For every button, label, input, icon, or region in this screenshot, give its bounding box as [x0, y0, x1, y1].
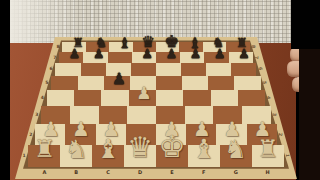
piece-black-pawn-g7[interactable]: ♟ [214, 48, 226, 61]
rank-label-left-1: 1 [22, 153, 25, 158]
piece-white-knight-g1[interactable]: ♞ [224, 137, 247, 162]
file-label-g: G [234, 169, 238, 175]
shadow-strip-right [299, 49, 320, 180]
piece-white-rook-h1[interactable]: ♜ [257, 138, 278, 162]
piece-white-pawn-d4[interactable]: ♟ [136, 85, 151, 102]
rank-label-left-6: 6 [49, 66, 52, 71]
square-h5[interactable] [234, 76, 260, 90]
rank-label-right-6: 6 [258, 67, 263, 70]
rank-label-right-7: 7 [254, 55, 259, 58]
square-f6[interactable] [181, 63, 206, 76]
file-label-e: E [170, 169, 173, 175]
chess-board: ABCDEFGH8877665544332211♜♞♝♛♚♝♞♜♟♟♟♟♟♟♟♟… [0, 0, 320, 180]
square-g6[interactable] [206, 63, 231, 76]
board-rank-4 [47, 90, 266, 106]
rank-label-right-4: 4 [266, 95, 271, 98]
square-g5[interactable] [208, 76, 234, 90]
board-rank-5 [51, 76, 260, 90]
piece-black-pawn-f7[interactable]: ♟ [190, 48, 202, 61]
piece-black-pawn-b7[interactable]: ♟ [93, 48, 105, 61]
rank-label-right-2: 2 [278, 132, 283, 135]
file-label-d: D [138, 169, 142, 175]
rank-label-left-4: 4 [41, 95, 44, 100]
file-label-b: B [74, 169, 78, 175]
piece-black-pawn-c5[interactable]: ♟ [112, 71, 126, 87]
rank-label-left-7: 7 [53, 55, 56, 60]
square-e5[interactable] [156, 76, 182, 90]
rank-label-left-2: 2 [29, 132, 32, 137]
square-f4[interactable] [183, 90, 210, 106]
piece-white-knight-b1[interactable]: ♞ [65, 137, 88, 162]
video-frame: ABCDEFGH8877665544332211♜♞♝♛♚♝♞♜♟♟♟♟♟♟♟♟… [0, 0, 320, 180]
square-a6[interactable] [55, 63, 80, 76]
piece-black-pawn-h7[interactable]: ♟ [238, 48, 250, 61]
piece-white-king-e1[interactable]: ♚ [158, 132, 185, 162]
letterbox-top-right [291, 0, 320, 49]
piece-black-pawn-d7[interactable]: ♟ [141, 48, 153, 61]
square-b6[interactable] [81, 63, 106, 76]
square-b4[interactable] [74, 90, 101, 106]
file-label-a: A [42, 169, 46, 175]
piece-white-queen-d1[interactable]: ♛ [127, 134, 153, 162]
square-e4[interactable] [156, 90, 183, 106]
square-h4[interactable] [238, 90, 265, 106]
square-h6[interactable] [231, 63, 256, 76]
piece-white-rook-a1[interactable]: ♜ [34, 138, 55, 162]
square-g4[interactable] [211, 90, 238, 106]
rank-label-left-8: 8 [56, 44, 59, 49]
piece-black-pawn-a7[interactable]: ♟ [69, 48, 81, 61]
piece-white-bishop-f1[interactable]: ♝ [192, 136, 216, 162]
square-a4[interactable] [47, 90, 74, 106]
rank-label-left-5: 5 [45, 80, 48, 85]
square-c4[interactable] [101, 90, 128, 106]
piece-black-pawn-e7[interactable]: ♟ [166, 48, 178, 61]
square-d3[interactable] [127, 106, 156, 125]
square-f5[interactable] [182, 76, 208, 90]
file-label-c: C [106, 169, 110, 175]
square-a5[interactable] [51, 76, 77, 90]
board-rank-6 [55, 63, 256, 76]
rank-label-left-3: 3 [35, 112, 38, 117]
piece-white-bishop-c1[interactable]: ♝ [96, 136, 120, 162]
rank-label-right-1: 1 [285, 154, 290, 157]
rank-label-right-3: 3 [272, 113, 277, 116]
square-b5[interactable] [78, 76, 104, 90]
square-c7[interactable] [108, 52, 132, 63]
rank-label-right-8: 8 [251, 45, 256, 48]
letterbox-left [0, 0, 10, 180]
square-e6[interactable] [156, 63, 181, 76]
square-d6[interactable] [131, 63, 156, 76]
piece-black-bishop-c8[interactable]: ♝ [118, 36, 131, 50]
file-label-f: F [202, 169, 205, 175]
file-label-h: H [266, 169, 270, 175]
rank-label-right-5: 5 [262, 80, 267, 83]
